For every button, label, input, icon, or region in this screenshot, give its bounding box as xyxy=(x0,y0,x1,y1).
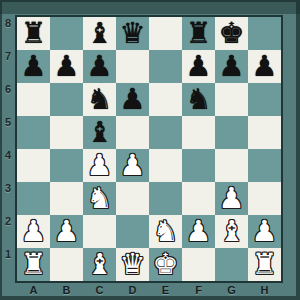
square-d6[interactable]: ♟ xyxy=(116,83,149,116)
piece-black-bishop-c5: ♝ xyxy=(83,116,116,149)
rank-label-5: 5 xyxy=(0,116,16,149)
square-a4[interactable] xyxy=(17,149,50,182)
square-g5[interactable] xyxy=(215,116,248,149)
piece-white-pawn-a2: ♟ xyxy=(17,215,50,248)
piece-black-pawn-d6: ♟ xyxy=(116,83,149,116)
piece-black-queen-d8: ♛ xyxy=(116,17,149,50)
piece-black-rook-f8: ♜ xyxy=(182,17,215,50)
square-g8[interactable]: ♚ xyxy=(215,17,248,50)
square-b5[interactable] xyxy=(50,116,83,149)
square-a6[interactable] xyxy=(17,83,50,116)
square-h7[interactable]: ♟ xyxy=(248,50,281,83)
square-h5[interactable] xyxy=(248,116,281,149)
piece-black-bishop-c8: ♝ xyxy=(83,17,116,50)
square-h1[interactable]: ♜ xyxy=(248,248,281,281)
square-f7[interactable]: ♟ xyxy=(182,50,215,83)
square-g4[interactable] xyxy=(215,149,248,182)
piece-white-bishop-c1: ♝ xyxy=(83,248,116,281)
square-a3[interactable] xyxy=(17,182,50,215)
square-d2[interactable] xyxy=(116,215,149,248)
piece-white-knight-c3: ♞ xyxy=(83,182,116,215)
piece-white-king-e1: ♚ xyxy=(149,248,182,281)
square-g2[interactable]: ♝ xyxy=(215,215,248,248)
chess-diagram-frame: ♜♝♛♜♚♟♟♟♟♟♟♞♟♞♝♟♟♞♟♟♟♞♟♝♟♜♝♛♚♜ 87654321 … xyxy=(0,0,300,300)
piece-white-pawn-f2: ♟ xyxy=(182,215,215,248)
square-e4[interactable] xyxy=(149,149,182,182)
square-h6[interactable] xyxy=(248,83,281,116)
square-h3[interactable] xyxy=(248,182,281,215)
square-f4[interactable] xyxy=(182,149,215,182)
piece-white-queen-d1: ♛ xyxy=(116,248,149,281)
file-label-H: H xyxy=(248,284,281,299)
square-a7[interactable]: ♟ xyxy=(17,50,50,83)
square-d1[interactable]: ♛ xyxy=(116,248,149,281)
square-c6[interactable]: ♞ xyxy=(83,83,116,116)
file-label-G: G xyxy=(215,284,248,299)
piece-black-pawn-g7: ♟ xyxy=(215,50,248,83)
square-e7[interactable] xyxy=(149,50,182,83)
square-h8[interactable] xyxy=(248,17,281,50)
square-f5[interactable] xyxy=(182,116,215,149)
square-b7[interactable]: ♟ xyxy=(50,50,83,83)
square-a5[interactable] xyxy=(17,116,50,149)
piece-white-knight-e2: ♞ xyxy=(149,215,182,248)
square-e1[interactable]: ♚ xyxy=(149,248,182,281)
square-d5[interactable] xyxy=(116,116,149,149)
square-e2[interactable]: ♞ xyxy=(149,215,182,248)
square-c2[interactable] xyxy=(83,215,116,248)
square-g3[interactable]: ♟ xyxy=(215,182,248,215)
square-f2[interactable]: ♟ xyxy=(182,215,215,248)
square-f3[interactable] xyxy=(182,182,215,215)
square-b1[interactable] xyxy=(50,248,83,281)
piece-white-pawn-g3: ♟ xyxy=(215,182,248,215)
piece-black-knight-c6: ♞ xyxy=(83,83,116,116)
file-label-E: E xyxy=(149,284,182,299)
square-f6[interactable]: ♞ xyxy=(182,83,215,116)
piece-black-rook-a8: ♜ xyxy=(17,17,50,50)
piece-black-pawn-a7: ♟ xyxy=(17,50,50,83)
rank-label-6: 6 xyxy=(0,83,16,116)
square-g7[interactable]: ♟ xyxy=(215,50,248,83)
square-c5[interactable]: ♝ xyxy=(83,116,116,149)
rank-label-4: 4 xyxy=(0,149,16,182)
square-d4[interactable]: ♟ xyxy=(116,149,149,182)
file-label-A: A xyxy=(17,284,50,299)
piece-white-bishop-g2: ♝ xyxy=(215,215,248,248)
piece-black-pawn-b7: ♟ xyxy=(50,50,83,83)
chess-board: ♜♝♛♜♚♟♟♟♟♟♟♞♟♞♝♟♟♞♟♟♟♞♟♝♟♜♝♛♚♜ xyxy=(17,17,281,281)
piece-white-pawn-b2: ♟ xyxy=(50,215,83,248)
file-label-F: F xyxy=(182,284,215,299)
square-g1[interactable] xyxy=(215,248,248,281)
square-a1[interactable]: ♜ xyxy=(17,248,50,281)
rank-label-7: 7 xyxy=(0,50,16,83)
piece-white-pawn-d4: ♟ xyxy=(116,149,149,182)
square-d3[interactable] xyxy=(116,182,149,215)
file-label-C: C xyxy=(83,284,116,299)
square-g6[interactable] xyxy=(215,83,248,116)
square-h4[interactable] xyxy=(248,149,281,182)
square-c8[interactable]: ♝ xyxy=(83,17,116,50)
square-e8[interactable] xyxy=(149,17,182,50)
rank-label-1: 1 xyxy=(0,248,16,281)
square-d8[interactable]: ♛ xyxy=(116,17,149,50)
square-d7[interactable] xyxy=(116,50,149,83)
square-e3[interactable] xyxy=(149,182,182,215)
piece-white-rook-h1: ♜ xyxy=(248,248,281,281)
piece-white-pawn-h2: ♟ xyxy=(248,215,281,248)
square-e6[interactable] xyxy=(149,83,182,116)
piece-black-pawn-h7: ♟ xyxy=(248,50,281,83)
piece-black-king-g8: ♚ xyxy=(215,17,248,50)
file-label-D: D xyxy=(116,284,149,299)
square-c4[interactable]: ♟ xyxy=(83,149,116,182)
square-a8[interactable]: ♜ xyxy=(17,17,50,50)
border-top-shade xyxy=(0,0,300,14)
square-b3[interactable] xyxy=(50,182,83,215)
square-c7[interactable]: ♟ xyxy=(83,50,116,83)
rank-label-3: 3 xyxy=(0,182,16,215)
piece-black-pawn-c7: ♟ xyxy=(83,50,116,83)
square-b6[interactable] xyxy=(50,83,83,116)
square-a2[interactable]: ♟ xyxy=(17,215,50,248)
rank-label-2: 2 xyxy=(0,215,16,248)
piece-black-knight-f6: ♞ xyxy=(182,83,215,116)
square-c1[interactable]: ♝ xyxy=(83,248,116,281)
square-h2[interactable]: ♟ xyxy=(248,215,281,248)
square-f8[interactable]: ♜ xyxy=(182,17,215,50)
square-b4[interactable] xyxy=(50,149,83,182)
piece-white-pawn-c4: ♟ xyxy=(83,149,116,182)
piece-black-pawn-f7: ♟ xyxy=(182,50,215,83)
rank-label-8: 8 xyxy=(0,17,16,50)
square-c3[interactable]: ♞ xyxy=(83,182,116,215)
square-b2[interactable]: ♟ xyxy=(50,215,83,248)
square-b8[interactable] xyxy=(50,17,83,50)
square-f1[interactable] xyxy=(182,248,215,281)
file-label-B: B xyxy=(50,284,83,299)
square-e5[interactable] xyxy=(149,116,182,149)
piece-white-rook-a1: ♜ xyxy=(17,248,50,281)
